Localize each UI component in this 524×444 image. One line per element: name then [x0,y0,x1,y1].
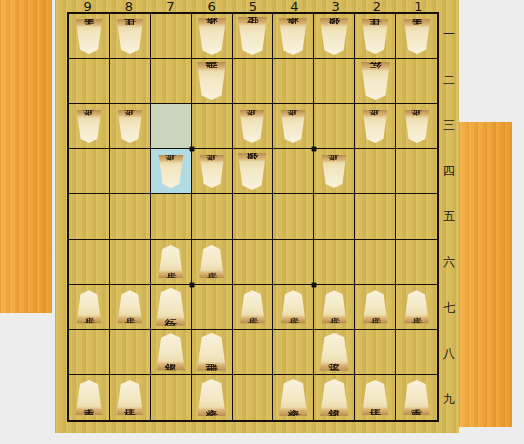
cell-2h[interactable] [355,330,396,375]
piece-kanji: 歩兵 [288,125,300,128]
piece-kanji: 歩兵 [369,125,381,128]
cell-6g[interactable] [192,285,233,330]
cell-3b[interactable] [314,59,355,104]
star-point [312,147,317,152]
piece-歩兵-gote[interactable]: 歩兵 [320,155,348,188]
piece-歩兵-gote[interactable]: 歩兵 [238,110,266,143]
cell-1b[interactable] [396,59,437,104]
cell-1g[interactable]: 歩兵 [396,285,437,330]
cell-8b[interactable] [110,59,151,104]
piece-kanji: 歩兵 [247,125,259,128]
piece-kanji: 桂馬 [369,35,381,38]
cell-5c[interactable]: 歩兵 [233,104,274,149]
cell-5b[interactable] [233,59,274,104]
rank-label-2: 二 [439,58,459,104]
cell-7h[interactable]: 銀将 [151,330,192,375]
piece-stand-left [0,0,52,313]
piece-歩兵-gote[interactable]: 歩兵 [403,110,431,143]
cell-6i[interactable]: 金将 [192,375,233,420]
piece-歩兵-sente[interactable]: 歩兵 [361,290,389,323]
shogi-board-grid: 香車桂馬金将王将金将銀将桂馬香車飛車角行歩兵歩兵歩兵歩兵歩兵歩兵歩兵歩兵銀将歩兵… [67,12,439,422]
piece-飛車-sente[interactable]: 飛車 [195,333,228,371]
rank-label-3: 三 [439,103,459,149]
cell-7a[interactable] [151,14,192,59]
cell-1d[interactable] [396,149,437,194]
cell-9e[interactable] [69,194,110,239]
piece-kanji: 金将 [287,396,300,399]
rank-label-4: 四 [439,149,459,195]
cell-4a[interactable]: 金将 [273,14,314,59]
cell-3h[interactable]: 玉将 [314,330,355,375]
piece-歩兵-sente[interactable]: 歩兵 [279,290,307,323]
cell-7b[interactable] [151,59,192,104]
cell-6b[interactable]: 飛車 [192,59,233,104]
rank-label-5: 五 [439,194,459,240]
piece-kanji: 歩兵 [83,125,95,128]
cell-5g[interactable]: 歩兵 [233,285,274,330]
piece-kanji: 歩兵 [206,260,218,263]
cell-4e[interactable] [273,194,314,239]
rank-label-9: 九 [439,376,459,422]
cell-1a[interactable]: 香車 [396,14,437,59]
cell-9b[interactable] [69,59,110,104]
cell-2c[interactable]: 歩兵 [355,104,396,149]
star-point [189,282,194,287]
piece-kanji: 歩兵 [411,305,423,308]
cell-8h[interactable] [110,330,151,375]
piece-kanji: 桂馬 [124,396,136,399]
piece-kanji: 香車 [411,35,423,38]
piece-kanji: 銀将 [164,350,177,353]
piece-歩兵-gote[interactable]: 歩兵 [361,110,389,143]
piece-kanji: 桂馬 [369,396,381,399]
piece-飛車-gote[interactable]: 飛車 [195,62,228,100]
piece-王将-gote[interactable]: 王将 [236,17,269,55]
rank-label-7: 七 [439,285,459,331]
cell-8g[interactable]: 歩兵 [110,285,151,330]
cell-9g[interactable]: 歩兵 [69,285,110,330]
piece-kanji: 銀将 [246,170,259,173]
piece-香車-sente[interactable]: 香車 [402,380,432,415]
piece-kanji: 歩兵 [83,305,95,308]
cell-7d[interactable]: 歩兵 [151,149,192,194]
piece-歩兵-gote[interactable]: 歩兵 [116,110,144,143]
shogi-app-window: 987654321 一二三四五六七八九 香車桂馬金将王将金将銀将桂馬香車飛車角行… [0,0,524,444]
piece-銀将-gote[interactable]: 銀将 [236,153,268,190]
piece-歩兵-gote[interactable]: 歩兵 [198,155,226,188]
cell-9d[interactable] [69,149,110,194]
piece-kanji: 香車 [83,35,95,38]
cell-9h[interactable] [69,330,110,375]
piece-香車-sente[interactable]: 香車 [74,380,104,415]
star-point [312,282,317,287]
cell-9c[interactable]: 歩兵 [69,104,110,149]
piece-歩兵-sente[interactable]: 歩兵 [198,245,226,278]
cell-5f[interactable] [233,240,274,285]
piece-stand-right [459,122,512,427]
cell-1i[interactable]: 香車 [396,375,437,420]
piece-kanji: 角行 [164,305,177,308]
cell-8f[interactable] [110,240,151,285]
piece-kanji: 歩兵 [369,305,381,308]
piece-kanji: 歩兵 [124,125,136,128]
cell-2i[interactable]: 桂馬 [355,375,396,420]
cell-6e[interactable] [192,194,233,239]
cell-9a[interactable]: 香車 [69,14,110,59]
piece-kanji: 桂馬 [124,35,136,38]
cell-6d[interactable]: 歩兵 [192,149,233,194]
cell-6c[interactable] [192,104,233,149]
piece-kanji: 金将 [287,35,300,38]
cell-9i[interactable]: 香車 [69,375,110,420]
cell-5h[interactable] [233,330,274,375]
piece-kanji: 金将 [205,396,218,399]
piece-kanji: 歩兵 [124,305,136,308]
cell-6a[interactable]: 金将 [192,14,233,59]
cell-1c[interactable]: 歩兵 [396,104,437,149]
cell-1e[interactable] [396,194,437,239]
piece-歩兵-sente[interactable]: 歩兵 [75,290,103,323]
cell-5i[interactable] [233,375,274,420]
piece-kanji: 銀将 [328,35,341,38]
cell-4b[interactable] [273,59,314,104]
cell-8c[interactable]: 歩兵 [110,104,151,149]
cell-4i[interactable]: 金将 [273,375,314,420]
piece-kanji: 玉将 [328,350,341,353]
piece-金将-sente[interactable]: 金将 [196,379,228,416]
cell-1f[interactable] [396,240,437,285]
piece-kanji: 歩兵 [329,170,341,173]
piece-歩兵-sente[interactable]: 歩兵 [403,290,431,323]
piece-kanji: 王将 [246,35,259,38]
cell-6h[interactable]: 飛車 [192,330,233,375]
rank-label-8: 八 [439,331,459,377]
piece-歩兵-gote[interactable]: 歩兵 [157,155,185,188]
cell-6f[interactable]: 歩兵 [192,240,233,285]
piece-kanji: 歩兵 [411,125,423,128]
piece-角行-gote[interactable]: 角行 [359,62,392,100]
piece-歩兵-gote[interactable]: 歩兵 [75,110,103,143]
piece-香車-gote[interactable]: 香車 [402,19,432,54]
cell-9f[interactable] [69,240,110,285]
piece-歩兵-sente[interactable]: 歩兵 [157,245,185,278]
cell-5a[interactable]: 王将 [233,14,274,59]
piece-kanji: 歩兵 [165,260,177,263]
cell-7f[interactable]: 歩兵 [151,240,192,285]
cell-8d[interactable] [110,149,151,194]
piece-銀将-gote[interactable]: 銀将 [318,18,350,55]
cell-4g[interactable]: 歩兵 [273,285,314,330]
piece-歩兵-gote[interactable]: 歩兵 [279,110,307,143]
cell-4f[interactable] [273,240,314,285]
piece-金将-gote[interactable]: 金将 [277,18,309,55]
cell-7i[interactable] [151,375,192,420]
piece-kanji: 香車 [83,396,95,399]
piece-桂馬-sente[interactable]: 桂馬 [360,380,390,415]
cell-4c[interactable]: 歩兵 [273,104,314,149]
cell-5d[interactable]: 銀将 [233,149,274,194]
piece-kanji: 金将 [205,35,218,38]
piece-桂馬-sente[interactable]: 桂馬 [115,380,145,415]
cell-2d[interactable] [355,149,396,194]
star-point [189,147,194,152]
piece-歩兵-sente[interactable]: 歩兵 [238,290,266,323]
piece-桂馬-gote[interactable]: 桂馬 [115,19,145,54]
cell-4d[interactable] [273,149,314,194]
piece-kanji: 香車 [411,396,423,399]
piece-歩兵-sente[interactable]: 歩兵 [320,290,348,323]
cell-3g[interactable]: 歩兵 [314,285,355,330]
cell-4h[interactable] [273,330,314,375]
cell-3f[interactable] [314,240,355,285]
cell-7e[interactable] [151,194,192,239]
rank-labels: 一二三四五六七八九 [439,12,459,422]
cell-3c[interactable] [314,104,355,149]
cell-8a[interactable]: 桂馬 [110,14,151,59]
rank-label-1: 一 [439,12,459,58]
piece-桂馬-gote[interactable]: 桂馬 [360,19,390,54]
cell-2b[interactable]: 角行 [355,59,396,104]
piece-香車-gote[interactable]: 香車 [74,19,104,54]
cell-7g[interactable]: 角行 [151,285,192,330]
cell-3i[interactable]: 銀将 [314,375,355,420]
cell-2e[interactable] [355,194,396,239]
piece-金将-gote[interactable]: 金将 [196,18,228,55]
cell-2f[interactable] [355,240,396,285]
cell-5e[interactable] [233,194,274,239]
piece-kanji: 角行 [369,80,382,83]
cell-2g[interactable]: 歩兵 [355,285,396,330]
piece-kanji: 歩兵 [329,305,341,308]
piece-kanji: 飛車 [205,80,218,83]
cell-3d[interactable]: 歩兵 [314,149,355,194]
piece-kanji: 歩兵 [288,305,300,308]
cell-8e[interactable] [110,194,151,239]
cell-3e[interactable] [314,194,355,239]
piece-銀将-sente[interactable]: 銀将 [155,333,187,370]
piece-kanji: 歩兵 [247,305,259,308]
cell-1h[interactable] [396,330,437,375]
piece-kanji: 歩兵 [165,170,177,173]
rank-label-6: 六 [439,240,459,286]
cell-2a[interactable]: 桂馬 [355,14,396,59]
cell-7c[interactable] [151,104,192,149]
piece-kanji: 歩兵 [206,170,218,173]
piece-角行-sente[interactable]: 角行 [154,288,187,326]
piece-歩兵-sente[interactable]: 歩兵 [116,290,144,323]
cell-8i[interactable]: 桂馬 [110,375,151,420]
piece-金将-sente[interactable]: 金将 [277,379,309,416]
piece-kanji: 飛車 [205,350,218,353]
cell-3a[interactable]: 銀将 [314,14,355,59]
piece-玉将-sente[interactable]: 玉将 [318,333,351,371]
piece-kanji: 銀将 [328,396,341,399]
piece-銀将-sente[interactable]: 銀将 [318,379,350,416]
